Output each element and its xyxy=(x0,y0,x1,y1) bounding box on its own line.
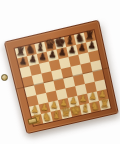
black-pawn-a7[interactable]: ♟ xyxy=(19,57,27,66)
board-frame: ♜♞♝♛♚♝♞♜♟♟♟♟♟♟♟♟♟♟♟♟♟♟♟♟♜♞♝♛♚♝♞♜ xyxy=(4,20,119,135)
black-pawn-e7[interactable]: ♟ xyxy=(58,48,66,57)
chess-set-photo: ♜♞♝♛♚♝♞♜♟♟♟♟♟♟♟♟♟♟♟♟♟♟♟♟♜♞♝♛♚♝♞♜ xyxy=(0,0,120,144)
black-pawn-d7[interactable]: ♟ xyxy=(48,50,56,59)
board-wrap: ♜♞♝♛♚♝♞♜♟♟♟♟♟♟♟♟♟♟♟♟♟♟♟♟♜♞♝♛♚♝♞♜ xyxy=(4,20,119,135)
square-h1[interactable]: ♜ xyxy=(99,99,111,111)
black-pawn-h7[interactable]: ♟ xyxy=(88,41,96,50)
black-pawn-b7[interactable]: ♟ xyxy=(29,55,37,64)
black-pawn-c7[interactable]: ♟ xyxy=(39,52,47,61)
chess-board: ♜♞♝♛♚♝♞♜♟♟♟♟♟♟♟♟♟♟♟♟♟♟♟♟♜♞♝♛♚♝♞♜ xyxy=(14,29,112,127)
black-pawn-f7[interactable]: ♟ xyxy=(68,46,76,55)
brass-hinge xyxy=(1,74,8,81)
white-rook-h1[interactable]: ♜ xyxy=(100,98,110,109)
black-pawn-g7[interactable]: ♟ xyxy=(78,43,86,52)
